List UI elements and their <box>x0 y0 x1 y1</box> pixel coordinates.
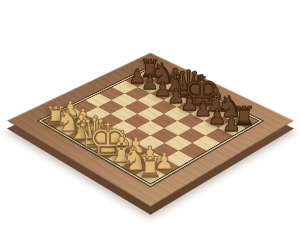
chess-set-photo: ♜♞♝♛♚♝♞♜♟♟♟♟♟♟♟♟♟♟♟♟♟♟♟♟♜♞♝♛♚♝♞♜ rnbqkbn… <box>0 0 300 240</box>
position-caption: rnbqkbnr/pppppppp/8/8/8/8/PPPPPPPP/RNBQK… <box>0 0 1 1</box>
chess-board <box>6 52 293 206</box>
